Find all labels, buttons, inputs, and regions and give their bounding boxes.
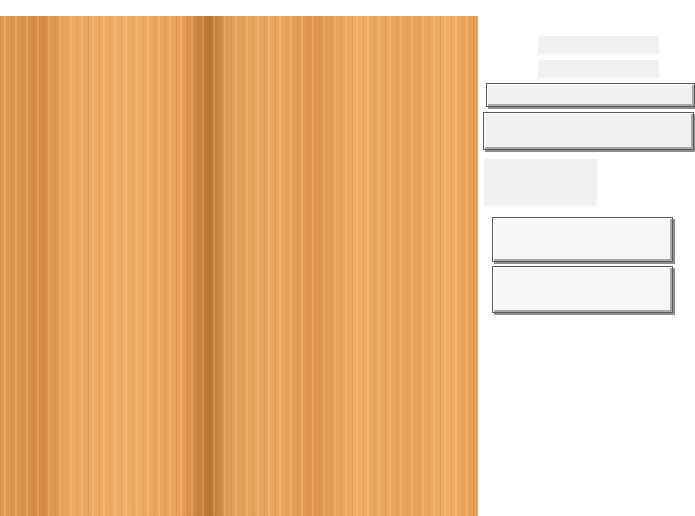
menu-bar — [0, 0, 695, 16]
control-panel — [478, 16, 695, 516]
mode-hint-text — [484, 159, 597, 206]
mode-pvc-button[interactable] — [486, 83, 695, 107]
turn-label — [538, 36, 659, 54]
restart-button[interactable] — [492, 217, 673, 262]
mode-pvp-button[interactable] — [483, 112, 694, 150]
gomoku-board[interactable] — [0, 16, 478, 516]
turn-value — [538, 60, 659, 78]
undo-button[interactable] — [492, 266, 673, 313]
